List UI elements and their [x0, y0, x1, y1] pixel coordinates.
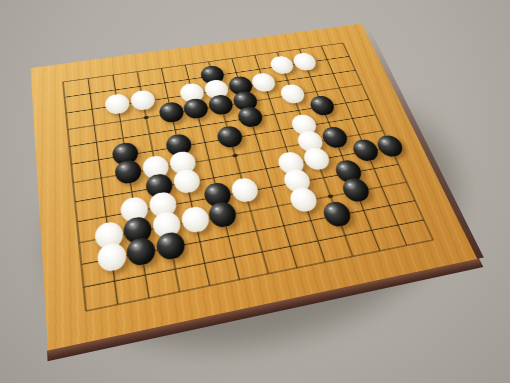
- photo-background: [0, 0, 510, 383]
- go-board: [30, 24, 477, 351]
